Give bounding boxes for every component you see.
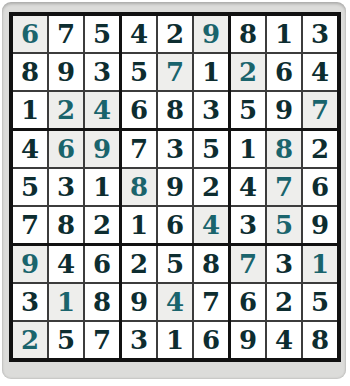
cell-r3c9[interactable]: 7 (303, 92, 337, 128)
cell-r3c3[interactable]: 4 (85, 92, 119, 128)
cell-r1c5[interactable]: 2 (158, 16, 192, 52)
box-5: 182476359 (231, 131, 337, 243)
cell-r4c4[interactable]: 7 (122, 131, 156, 167)
cell-r6c2[interactable]: 8 (49, 207, 83, 243)
cell-r4c9[interactable]: 2 (303, 131, 337, 167)
cell-r9c6[interactable]: 6 (194, 322, 228, 358)
cell-r4c5[interactable]: 3 (158, 131, 192, 167)
cell-r6c8[interactable]: 5 (267, 207, 301, 243)
cell-r1c3[interactable]: 5 (85, 16, 119, 52)
cell-r7c6[interactable]: 8 (194, 246, 228, 282)
cell-r6c6[interactable]: 4 (194, 207, 228, 243)
cell-r5c7[interactable]: 4 (231, 169, 265, 205)
cell-r5c6[interactable]: 2 (194, 169, 228, 205)
cell-r3c5[interactable]: 8 (158, 92, 192, 128)
cell-r4c2[interactable]: 6 (49, 131, 83, 167)
cell-r8c6[interactable]: 7 (194, 284, 228, 320)
cell-r6c4[interactable]: 1 (122, 207, 156, 243)
cell-r8c3[interactable]: 8 (85, 284, 119, 320)
cell-r9c7[interactable]: 9 (231, 322, 265, 358)
cell-r2c2[interactable]: 9 (49, 54, 83, 90)
cell-r8c9[interactable]: 5 (303, 284, 337, 320)
cell-r2c8[interactable]: 6 (267, 54, 301, 90)
cell-r2c3[interactable]: 3 (85, 54, 119, 90)
cell-r9c3[interactable]: 7 (85, 322, 119, 358)
box-4: 735892164 (122, 131, 228, 243)
cell-r7c8[interactable]: 3 (267, 246, 301, 282)
cell-r7c3[interactable]: 6 (85, 246, 119, 282)
cell-r5c9[interactable]: 6 (303, 169, 337, 205)
cell-r8c5[interactable]: 4 (158, 284, 192, 320)
cell-r9c4[interactable]: 3 (122, 322, 156, 358)
cell-r3c2[interactable]: 2 (49, 92, 83, 128)
cell-r1c7[interactable]: 8 (231, 16, 265, 52)
cell-r7c2[interactable]: 4 (49, 246, 83, 282)
cell-r5c1[interactable]: 5 (13, 169, 47, 205)
cell-r4c6[interactable]: 5 (194, 131, 228, 167)
cell-r2c7[interactable]: 2 (231, 54, 265, 90)
box-2: 813264597 (231, 16, 337, 128)
cell-r4c8[interactable]: 8 (267, 131, 301, 167)
sudoku-board: 6758931244295716838132645974695317827358… (9, 12, 341, 362)
cell-r7c1[interactable]: 9 (13, 246, 47, 282)
cell-r3c4[interactable]: 6 (122, 92, 156, 128)
cell-r6c5[interactable]: 6 (158, 207, 192, 243)
cell-r9c5[interactable]: 1 (158, 322, 192, 358)
cell-r8c4[interactable]: 9 (122, 284, 156, 320)
cell-r1c6[interactable]: 9 (194, 16, 228, 52)
cell-r3c7[interactable]: 5 (231, 92, 265, 128)
cell-r5c5[interactable]: 9 (158, 169, 192, 205)
box-3: 469531782 (13, 131, 119, 243)
cell-r5c4[interactable]: 8 (122, 169, 156, 205)
cell-r2c4[interactable]: 5 (122, 54, 156, 90)
cell-r6c3[interactable]: 2 (85, 207, 119, 243)
cell-r7c9[interactable]: 1 (303, 246, 337, 282)
cell-r7c5[interactable]: 5 (158, 246, 192, 282)
cell-r9c8[interactable]: 4 (267, 322, 301, 358)
cell-r5c2[interactable]: 3 (49, 169, 83, 205)
cell-r8c2[interactable]: 1 (49, 284, 83, 320)
cell-r9c1[interactable]: 2 (13, 322, 47, 358)
cell-r7c7[interactable]: 7 (231, 246, 265, 282)
cell-r6c9[interactable]: 9 (303, 207, 337, 243)
cell-r8c1[interactable]: 3 (13, 284, 47, 320)
cell-r1c8[interactable]: 1 (267, 16, 301, 52)
box-0: 675893124 (13, 16, 119, 128)
cell-r6c1[interactable]: 7 (13, 207, 47, 243)
cell-r2c9[interactable]: 4 (303, 54, 337, 90)
cell-r9c9[interactable]: 8 (303, 322, 337, 358)
box-6: 946318257 (13, 246, 119, 358)
cell-r5c3[interactable]: 1 (85, 169, 119, 205)
cell-r5c8[interactable]: 7 (267, 169, 301, 205)
cell-r4c7[interactable]: 1 (231, 131, 265, 167)
cell-r1c4[interactable]: 4 (122, 16, 156, 52)
box-8: 731625948 (231, 246, 337, 358)
cell-r2c6[interactable]: 1 (194, 54, 228, 90)
cell-r3c1[interactable]: 1 (13, 92, 47, 128)
cell-r8c8[interactable]: 2 (267, 284, 301, 320)
cell-r2c5[interactable]: 7 (158, 54, 192, 90)
cell-r2c1[interactable]: 8 (13, 54, 47, 90)
box-7: 258947316 (122, 246, 228, 358)
cell-r1c9[interactable]: 3 (303, 16, 337, 52)
cell-r9c2[interactable]: 5 (49, 322, 83, 358)
cell-r3c8[interactable]: 9 (267, 92, 301, 128)
cell-r7c4[interactable]: 2 (122, 246, 156, 282)
cell-r4c3[interactable]: 9 (85, 131, 119, 167)
cell-r6c7[interactable]: 3 (231, 207, 265, 243)
cell-r3c6[interactable]: 3 (194, 92, 228, 128)
cell-r4c1[interactable]: 4 (13, 131, 47, 167)
box-1: 429571683 (122, 16, 228, 128)
cell-r8c7[interactable]: 6 (231, 284, 265, 320)
cell-r1c2[interactable]: 7 (49, 16, 83, 52)
cell-r1c1[interactable]: 6 (13, 16, 47, 52)
